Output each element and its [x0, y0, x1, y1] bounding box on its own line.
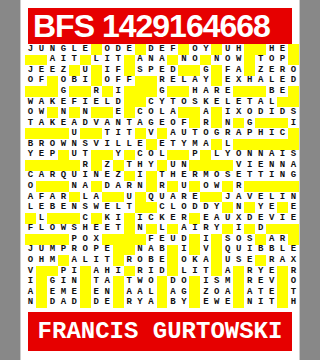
- letter-cell: F: [167, 44, 178, 55]
- letter-cell: M: [200, 171, 211, 182]
- letter-cell: P: [58, 266, 69, 277]
- blocked-cell: [91, 150, 102, 161]
- letter-cell: T: [69, 55, 80, 66]
- letter-cell: Q: [222, 245, 233, 256]
- letter-cell: R: [222, 128, 233, 139]
- blocked-cell: [266, 118, 277, 129]
- letter-cell: E: [233, 171, 244, 182]
- letter-cell: J: [25, 65, 36, 76]
- letter-cell: D: [277, 107, 288, 118]
- letter-cell: D: [47, 297, 58, 308]
- blocked-cell: [25, 160, 36, 171]
- blocked-cell: [277, 266, 288, 277]
- letter-cell: R: [80, 160, 91, 171]
- letter-cell: I: [233, 224, 244, 235]
- letter-cell: N: [146, 55, 157, 66]
- letter-cell: A: [222, 287, 233, 298]
- letter-cell: O: [58, 76, 69, 87]
- letter-cell: G: [211, 128, 222, 139]
- letter-cell: F: [124, 76, 135, 87]
- letter-cell: A: [58, 297, 69, 308]
- letter-cell: W: [25, 97, 36, 108]
- letter-cell: T: [189, 128, 200, 139]
- blocked-cell: [200, 150, 211, 161]
- blocked-cell: [25, 55, 36, 66]
- letter-cell: I: [200, 234, 211, 245]
- letter-cell: I: [255, 297, 266, 308]
- blocked-cell: [277, 276, 288, 287]
- letter-cell: L: [157, 107, 168, 118]
- blocked-cell: [91, 128, 102, 139]
- letter-cell: B: [255, 245, 266, 256]
- letter-cell: O: [25, 181, 36, 192]
- letter-cell: R: [288, 266, 299, 277]
- letter-cell: P: [58, 245, 69, 256]
- letter-cell: I: [102, 139, 113, 150]
- blocked-cell: [69, 107, 80, 118]
- blocked-cell: [211, 255, 222, 266]
- blocked-cell: [244, 44, 255, 55]
- letter-cell: T: [157, 171, 168, 182]
- letter-cell: D: [157, 266, 168, 277]
- letter-cell: E: [255, 276, 266, 287]
- letter-cell: U: [157, 192, 168, 203]
- blocked-cell: [146, 202, 157, 213]
- letter-cell: I: [266, 107, 277, 118]
- letter-cell: F: [25, 224, 36, 235]
- letter-cell: O: [178, 97, 189, 108]
- letter-cell: A: [233, 65, 244, 76]
- blocked-cell: [80, 287, 91, 298]
- blocked-cell: [102, 86, 113, 97]
- letter-cell: V: [266, 276, 277, 287]
- letter-cell: U: [222, 44, 233, 55]
- letter-cell: Z: [58, 65, 69, 76]
- letter-cell: O: [178, 202, 189, 213]
- blocked-cell: [80, 55, 91, 66]
- letter-cell: O: [47, 224, 58, 235]
- blocked-cell: [233, 276, 244, 287]
- letter-cell: G: [200, 65, 211, 76]
- letter-cell: C: [135, 150, 146, 161]
- letter-cell: C: [146, 213, 157, 224]
- letter-cell: N: [178, 55, 189, 66]
- letter-cell: I: [91, 255, 102, 266]
- letter-cell: K: [102, 213, 113, 224]
- letter-cell: C: [80, 213, 91, 224]
- letter-cell: Y: [146, 160, 157, 171]
- blocked-cell: [135, 76, 146, 87]
- letter-cell: W: [135, 276, 146, 287]
- blocked-cell: [244, 86, 255, 97]
- blocked-cell: [124, 107, 135, 118]
- blocked-cell: [36, 297, 47, 308]
- letter-cell: T: [102, 128, 113, 139]
- blocked-cell: [288, 181, 299, 192]
- letter-cell: R: [200, 224, 211, 235]
- blocked-cell: [277, 181, 288, 192]
- letter-cell: O: [200, 181, 211, 192]
- blocked-cell: [135, 192, 146, 203]
- letter-cell: E: [200, 297, 211, 308]
- letter-cell: E: [178, 171, 189, 182]
- blocked-cell: [124, 245, 135, 256]
- blocked-cell: [47, 86, 58, 97]
- letter-cell: A: [102, 118, 113, 129]
- blocked-cell: [178, 107, 189, 118]
- letter-cell: B: [266, 86, 277, 97]
- letter-cell: E: [36, 202, 47, 213]
- blocked-cell: [124, 171, 135, 182]
- letter-cell: Z: [200, 287, 211, 298]
- blocked-cell: [69, 192, 80, 203]
- letter-cell: W: [91, 202, 102, 213]
- letter-cell: U: [222, 255, 233, 266]
- letter-cell: U: [167, 160, 178, 171]
- letter-cell: I: [277, 192, 288, 203]
- letter-cell: O: [288, 65, 299, 76]
- blocked-cell: [47, 266, 58, 277]
- letter-cell: K: [47, 97, 58, 108]
- letter-cell: F: [113, 76, 124, 87]
- letter-cell: E: [222, 86, 233, 97]
- letter-cell: D: [113, 97, 124, 108]
- blocked-cell: [189, 287, 200, 298]
- letter-cell: A: [47, 55, 58, 66]
- letter-cell: O: [25, 255, 36, 266]
- blocked-cell: [47, 181, 58, 192]
- letter-cell: L: [277, 245, 288, 256]
- blocked-cell: [135, 86, 146, 97]
- letter-cell: M: [47, 245, 58, 256]
- letter-cell: P: [277, 55, 288, 66]
- letter-cell: E: [255, 160, 266, 171]
- blocked-cell: [80, 276, 91, 287]
- blocked-cell: [288, 55, 299, 66]
- blocked-cell: [146, 181, 157, 192]
- blocked-cell: [178, 150, 189, 161]
- blocked-cell: [189, 245, 200, 256]
- letter-cell: P: [146, 65, 157, 76]
- letter-cell: R: [47, 171, 58, 182]
- blocked-cell: [47, 213, 58, 224]
- letter-cell: E: [157, 255, 168, 266]
- letter-cell: T: [244, 97, 255, 108]
- letter-cell: N: [80, 107, 91, 118]
- blocked-cell: [36, 160, 47, 171]
- letter-cell: N: [288, 192, 299, 203]
- blocked-cell: [244, 65, 255, 76]
- blocked-cell: [157, 297, 168, 308]
- letter-cell: T: [124, 128, 135, 139]
- letter-cell: L: [266, 192, 277, 203]
- letter-cell: T: [113, 224, 124, 235]
- blocked-cell: [58, 128, 69, 139]
- blocked-cell: [255, 255, 266, 266]
- letter-cell: E: [288, 213, 299, 224]
- letter-cell: A: [157, 55, 168, 66]
- letter-cell: A: [80, 181, 91, 192]
- letter-cell: V: [233, 160, 244, 171]
- blocked-cell: [211, 234, 222, 245]
- letter-cell: E: [266, 65, 277, 76]
- blocked-cell: [211, 65, 222, 76]
- letter-cell: A: [255, 97, 266, 108]
- blocked-cell: [200, 192, 211, 203]
- letter-cell: E: [36, 65, 47, 76]
- letter-cell: D: [244, 213, 255, 224]
- letter-cell: A: [146, 245, 157, 256]
- blocked-cell: [244, 224, 255, 235]
- letter-cell: A: [277, 255, 288, 266]
- author-name: FRANCIS GURTOWSKI: [38, 318, 283, 345]
- letter-cell: P: [91, 245, 102, 256]
- letter-cell: G: [244, 118, 255, 129]
- letter-cell: I: [135, 213, 146, 224]
- letter-cell: A: [25, 192, 36, 203]
- blocked-cell: [36, 287, 47, 298]
- blocked-cell: [47, 128, 58, 139]
- blocked-cell: [36, 128, 47, 139]
- blocked-cell: [124, 266, 135, 277]
- blocked-cell: [233, 86, 244, 97]
- letter-cell: S: [288, 107, 299, 118]
- blocked-cell: [36, 181, 47, 192]
- letter-cell: Y: [255, 202, 266, 213]
- blocked-cell: [113, 192, 124, 203]
- letter-cell: H: [266, 44, 277, 55]
- blocked-cell: [47, 107, 58, 118]
- letter-cell: M: [222, 276, 233, 287]
- letter-cell: E: [102, 224, 113, 235]
- letter-cell: K: [47, 118, 58, 129]
- blocked-cell: [178, 86, 189, 97]
- blocked-cell: [113, 245, 124, 256]
- letter-cell: S: [211, 276, 222, 287]
- letter-cell: D: [189, 202, 200, 213]
- letter-cell: R: [277, 65, 288, 76]
- blocked-cell: [233, 297, 244, 308]
- blocked-cell: [288, 97, 299, 108]
- letter-cell: E: [102, 171, 113, 182]
- letter-cell: O: [25, 107, 36, 118]
- blocked-cell: [124, 97, 135, 108]
- letter-cell: F: [222, 65, 233, 76]
- blocked-cell: [167, 245, 178, 256]
- letter-cell: U: [36, 44, 47, 55]
- blocked-cell: [91, 160, 102, 171]
- letter-cell: O: [200, 128, 211, 139]
- letter-cell: U: [80, 65, 91, 76]
- letter-cell: Y: [178, 297, 189, 308]
- letter-cell: E: [189, 192, 200, 203]
- letter-cell: G: [178, 287, 189, 298]
- blocked-cell: [113, 287, 124, 298]
- blocked-cell: [255, 139, 266, 150]
- letter-cell: E: [36, 150, 47, 161]
- blocked-cell: [36, 55, 47, 66]
- blocked-cell: [189, 181, 200, 192]
- letter-cell: E: [277, 86, 288, 97]
- letter-cell: C: [135, 107, 146, 118]
- letter-cell: A: [200, 86, 211, 97]
- letter-cell: L: [146, 287, 157, 298]
- blocked-cell: [288, 139, 299, 150]
- blocked-cell: [200, 55, 211, 66]
- blocked-cell: [25, 213, 36, 224]
- letter-cell: A: [69, 255, 80, 266]
- blocked-cell: [135, 128, 146, 139]
- blocked-cell: [124, 65, 135, 76]
- letter-cell: E: [69, 287, 80, 298]
- blocked-cell: [124, 224, 135, 235]
- letter-cell: Y: [211, 224, 222, 235]
- letter-cell: O: [146, 107, 157, 118]
- letter-cell: N: [244, 150, 255, 161]
- letter-cell: N: [255, 150, 266, 161]
- letter-cell: I: [80, 171, 91, 182]
- letter-cell: N: [25, 297, 36, 308]
- blocked-cell: [233, 139, 244, 150]
- blocked-cell: [211, 76, 222, 87]
- letter-cell: E: [58, 97, 69, 108]
- letter-cell: E: [91, 97, 102, 108]
- letter-cell: A: [244, 287, 255, 298]
- blocked-cell: [288, 234, 299, 245]
- letter-cell: O: [211, 287, 222, 298]
- letter-cell: I: [222, 107, 233, 118]
- letter-cell: R: [124, 255, 135, 266]
- letter-cell: D: [167, 65, 178, 76]
- letter-cell: I: [277, 213, 288, 224]
- letter-cell: I: [113, 128, 124, 139]
- letter-cell: N: [266, 160, 277, 171]
- letter-cell: S: [244, 234, 255, 245]
- letter-cell: O: [233, 234, 244, 245]
- letter-cell: I: [80, 97, 91, 108]
- letter-cell: F: [36, 192, 47, 203]
- blocked-cell: [102, 107, 113, 118]
- letter-cell: G: [288, 171, 299, 182]
- blocked-cell: [266, 224, 277, 235]
- letter-cell: I: [178, 245, 189, 256]
- letter-cell: A: [69, 118, 80, 129]
- letter-cell: N: [135, 181, 146, 192]
- blocked-cell: [222, 181, 233, 192]
- letter-cell: A: [266, 150, 277, 161]
- letter-cell: H: [255, 128, 266, 139]
- blocked-cell: [91, 65, 102, 76]
- letter-cell: O: [146, 276, 157, 287]
- letter-cell: H: [102, 266, 113, 277]
- blocked-cell: [124, 150, 135, 161]
- letter-cell: D: [91, 297, 102, 308]
- letter-cell: T: [124, 118, 135, 129]
- letter-cell: W: [211, 181, 222, 192]
- letter-cell: A: [189, 76, 200, 87]
- letter-cell: F: [69, 97, 80, 108]
- letter-cell: O: [189, 55, 200, 66]
- blocked-cell: [146, 224, 157, 235]
- letter-cell: Y: [113, 150, 124, 161]
- letter-cell: I: [244, 245, 255, 256]
- blocked-cell: [91, 107, 102, 118]
- letter-cell: E: [157, 234, 168, 245]
- blocked-cell: [189, 118, 200, 129]
- blocked-cell: [91, 76, 102, 87]
- letter-cell: A: [135, 287, 146, 298]
- letter-cell: R: [266, 255, 277, 266]
- blocked-cell: [277, 287, 288, 298]
- blocked-cell: [211, 245, 222, 256]
- blocked-cell: [124, 213, 135, 224]
- blocked-cell: [135, 44, 146, 55]
- blocked-cell: [124, 86, 135, 97]
- letter-cell: Q: [146, 192, 157, 203]
- letter-cell: H: [135, 160, 146, 171]
- letter-cell: N: [244, 297, 255, 308]
- letter-cell: Y: [178, 139, 189, 150]
- letter-cell: T: [266, 297, 277, 308]
- letter-cell: G: [157, 86, 168, 97]
- letter-cell: D: [178, 234, 189, 245]
- letter-cell: T: [288, 287, 299, 298]
- letter-cell: Y: [255, 266, 266, 277]
- letter-cell: C: [277, 128, 288, 139]
- letter-cell: E: [102, 245, 113, 256]
- letter-cell: W: [233, 55, 244, 66]
- blocked-cell: [58, 213, 69, 224]
- blocked-cell: [135, 234, 146, 245]
- letter-cell: E: [157, 139, 168, 150]
- letter-cell: J: [25, 245, 36, 256]
- letter-cell: S: [233, 255, 244, 266]
- letter-cell: W: [36, 107, 47, 118]
- letter-cell: N: [135, 224, 146, 235]
- letter-cell: I: [69, 266, 80, 277]
- letter-cell: E: [124, 44, 135, 55]
- letter-cell: D: [255, 224, 266, 235]
- letter-cell: D: [113, 44, 124, 55]
- letter-cell: V: [266, 213, 277, 224]
- letter-cell: A: [222, 266, 233, 277]
- letter-cell: O: [266, 55, 277, 66]
- letter-cell: L: [266, 76, 277, 87]
- blocked-cell: [189, 234, 200, 245]
- blocked-cell: [102, 234, 113, 245]
- letter-cell: H: [233, 44, 244, 55]
- letter-cell: E: [288, 202, 299, 213]
- author-banner: FRANCIS GURTOWSKI: [28, 312, 292, 351]
- blocked-cell: [244, 55, 255, 66]
- letter-cell: I: [200, 276, 211, 287]
- letter-cell: W: [58, 224, 69, 235]
- letter-cell: J: [222, 192, 233, 203]
- letter-cell: V: [200, 245, 211, 256]
- blocked-cell: [69, 160, 80, 171]
- blocked-cell: [146, 139, 157, 150]
- blocked-cell: [288, 128, 299, 139]
- letter-cell: R: [189, 171, 200, 182]
- letter-cell: E: [167, 213, 178, 224]
- letter-cell: U: [124, 192, 135, 203]
- letter-cell: S: [189, 97, 200, 108]
- letter-cell: I: [58, 276, 69, 287]
- letter-cell: O: [178, 255, 189, 266]
- blocked-cell: [124, 55, 135, 66]
- blocked-cell: [135, 97, 146, 108]
- letter-cell: L: [36, 224, 47, 235]
